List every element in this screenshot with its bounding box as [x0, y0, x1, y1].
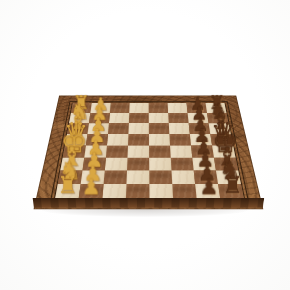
square-b3[interactable] — [109, 113, 129, 123]
chess-board-frame: ♜♟♟♜♞♟♟♞♝♟♟♝♛♟♟♛♚♟♟♚♝♟♟♝♞♟♟♞♜♟♟♜ — [34, 95, 264, 209]
square-f3[interactable] — [105, 158, 128, 171]
black-rook-icon[interactable]: ♜ — [221, 174, 242, 198]
square-h7[interactable]: ♟ — [195, 184, 220, 198]
square-h8[interactable]: ♜ — [218, 184, 244, 198]
square-e4[interactable] — [128, 146, 150, 158]
square-g5[interactable] — [149, 170, 172, 184]
square-f5[interactable] — [149, 158, 171, 171]
square-g3[interactable] — [104, 170, 127, 184]
white-rook-icon[interactable]: ♜ — [56, 174, 77, 198]
square-h4[interactable] — [126, 184, 150, 198]
square-h2[interactable]: ♟ — [79, 184, 104, 198]
square-a3[interactable] — [110, 103, 130, 113]
square-a4[interactable] — [129, 103, 148, 113]
board-grid: ♜♟♟♜♞♟♟♞♝♟♟♝♛♟♟♛♚♟♟♚♝♟♟♝♞♟♟♞♜♟♟♜ — [54, 103, 245, 199]
square-e5[interactable] — [149, 146, 171, 158]
square-f4[interactable] — [127, 158, 149, 171]
square-c4[interactable] — [128, 123, 148, 134]
square-c6[interactable] — [169, 123, 190, 134]
square-d4[interactable] — [128, 134, 149, 145]
square-a5[interactable] — [149, 103, 169, 113]
photo-background: ♜♟♟♜♞♟♟♞♝♟♟♝♛♟♟♛♚♟♟♚♝♟♟♝♞♟♟♞♜♟♟♜ — [0, 0, 290, 290]
square-g4[interactable] — [126, 170, 149, 184]
square-g6[interactable] — [171, 170, 195, 184]
square-e3[interactable] — [106, 146, 128, 158]
square-b5[interactable] — [149, 113, 169, 123]
square-h3[interactable] — [102, 184, 126, 198]
square-d6[interactable] — [169, 134, 191, 145]
square-c5[interactable] — [149, 123, 170, 134]
square-c3[interactable] — [108, 123, 129, 134]
square-h5[interactable] — [149, 184, 173, 198]
square-b4[interactable] — [129, 113, 149, 123]
white-pawn-icon[interactable]: ♟ — [81, 176, 100, 197]
square-f6[interactable] — [171, 158, 194, 171]
black-pawn-icon[interactable]: ♟ — [199, 176, 218, 197]
square-h1[interactable]: ♜ — [55, 184, 81, 198]
square-h6[interactable] — [172, 184, 196, 198]
square-b6[interactable] — [168, 113, 189, 123]
chessboard-scene: ♜♟♟♜♞♟♟♞♝♟♟♝♛♟♟♛♚♟♟♚♝♟♟♝♞♟♟♞♜♟♟♜ — [0, 0, 290, 290]
square-d3[interactable] — [107, 134, 128, 145]
square-d5[interactable] — [149, 134, 170, 145]
square-a6[interactable] — [168, 103, 188, 113]
board-edge — [33, 198, 265, 208]
square-e6[interactable] — [170, 146, 192, 158]
